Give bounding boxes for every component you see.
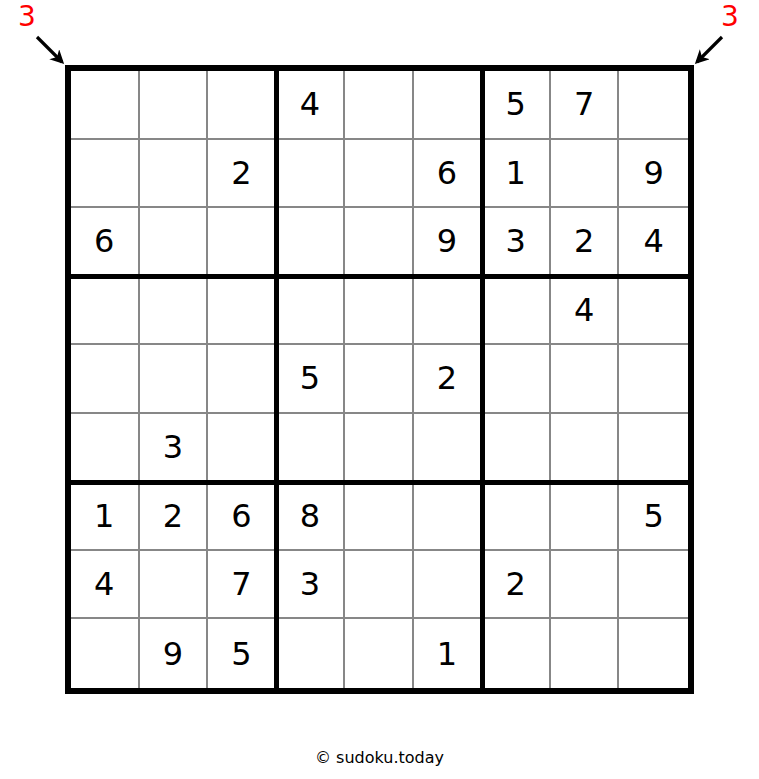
cell-r2c4[interactable] [277,140,346,209]
cell-r5c4[interactable]: 5 [277,345,346,414]
cell-r6c5[interactable] [345,414,414,483]
cell-r6c9[interactable] [619,414,688,483]
cell-r9c6[interactable]: 1 [414,619,483,688]
cell-r7c8[interactable] [551,482,620,551]
arrow-top-right-icon [697,37,722,62]
cell-r2c1[interactable] [71,140,140,209]
cell-r9c1[interactable] [71,619,140,688]
cell-r4c1[interactable] [71,277,140,346]
cell-r9c8[interactable] [551,619,620,688]
cell-r2c6[interactable]: 6 [414,140,483,209]
cell-r3c3[interactable] [208,208,277,277]
cell-r6c7[interactable] [482,414,551,483]
cell-r5c2[interactable] [140,345,209,414]
cell-r3c2[interactable] [140,208,209,277]
cell-r8c1[interactable]: 4 [71,551,140,620]
cell-r6c8[interactable] [551,414,620,483]
diagonal-clue-top-left: 3 [18,2,36,33]
cell-r7c2[interactable]: 2 [140,482,209,551]
cell-r7c4[interactable]: 8 [277,482,346,551]
cell-r2c3[interactable]: 2 [208,140,277,209]
cell-r7c6[interactable] [414,482,483,551]
cell-r4c4[interactable] [277,277,346,346]
cell-r2c8[interactable] [551,140,620,209]
cell-r7c3[interactable]: 6 [208,482,277,551]
sudoku-page: 3 3 4572619693244523126854732951 © sudok… [0,0,759,779]
cell-r1c8[interactable]: 7 [551,71,620,140]
cell-r4c9[interactable] [619,277,688,346]
cell-r4c5[interactable] [345,277,414,346]
cell-r3c9[interactable]: 4 [619,208,688,277]
cell-r8c9[interactable] [619,551,688,620]
cell-r3c1[interactable]: 6 [71,208,140,277]
cell-r7c7[interactable] [482,482,551,551]
cell-r8c7[interactable]: 2 [482,551,551,620]
cell-r8c3[interactable]: 7 [208,551,277,620]
cell-r5c6[interactable]: 2 [414,345,483,414]
cell-r1c6[interactable] [414,71,483,140]
cell-r8c2[interactable] [140,551,209,620]
sudoku-board: 4572619693244523126854732951 [65,65,694,694]
cell-r5c3[interactable] [208,345,277,414]
cell-r1c1[interactable] [71,71,140,140]
cell-r9c3[interactable]: 5 [208,619,277,688]
cell-r4c2[interactable] [140,277,209,346]
cell-r8c6[interactable] [414,551,483,620]
cell-r5c8[interactable] [551,345,620,414]
cell-r7c9[interactable]: 5 [619,482,688,551]
cell-r9c2[interactable]: 9 [140,619,209,688]
cell-r5c9[interactable] [619,345,688,414]
cell-r1c2[interactable] [140,71,209,140]
cell-r8c4[interactable]: 3 [277,551,346,620]
box-divider-vertical-2 [480,71,485,688]
cell-r2c7[interactable]: 1 [482,140,551,209]
cell-r3c8[interactable]: 2 [551,208,620,277]
cell-r9c9[interactable] [619,619,688,688]
cell-r2c2[interactable] [140,140,209,209]
box-divider-horizontal-1 [71,274,688,279]
cell-r7c5[interactable] [345,482,414,551]
cell-r2c9[interactable]: 9 [619,140,688,209]
cell-r6c6[interactable] [414,414,483,483]
cell-r9c7[interactable] [482,619,551,688]
cell-r6c1[interactable] [71,414,140,483]
cell-r6c4[interactable] [277,414,346,483]
box-divider-horizontal-2 [71,480,688,485]
cell-r9c4[interactable] [277,619,346,688]
cell-r4c7[interactable] [482,277,551,346]
cell-r1c7[interactable]: 5 [482,71,551,140]
cell-r7c1[interactable]: 1 [71,482,140,551]
cell-r8c5[interactable] [345,551,414,620]
cell-r5c5[interactable] [345,345,414,414]
cell-r1c9[interactable] [619,71,688,140]
cell-r5c7[interactable] [482,345,551,414]
cell-r4c6[interactable] [414,277,483,346]
cell-r3c7[interactable]: 3 [482,208,551,277]
cell-r8c8[interactable] [551,551,620,620]
cell-r6c2[interactable]: 3 [140,414,209,483]
cell-r4c8[interactable]: 4 [551,277,620,346]
cell-r3c5[interactable] [345,208,414,277]
cell-r1c3[interactable] [208,71,277,140]
cell-r3c4[interactable] [277,208,346,277]
cell-r9c5[interactable] [345,619,414,688]
cell-r6c3[interactable] [208,414,277,483]
diagonal-clue-top-right: 3 [721,2,739,33]
copyright-text: © sudoku.today [0,748,759,767]
box-divider-vertical-1 [274,71,279,688]
cell-r4c3[interactable] [208,277,277,346]
cell-r1c4[interactable]: 4 [277,71,346,140]
cell-r2c5[interactable] [345,140,414,209]
cell-r1c5[interactable] [345,71,414,140]
arrow-top-left-icon [37,37,62,62]
cell-r3c6[interactable]: 9 [414,208,483,277]
cell-r5c1[interactable] [71,345,140,414]
